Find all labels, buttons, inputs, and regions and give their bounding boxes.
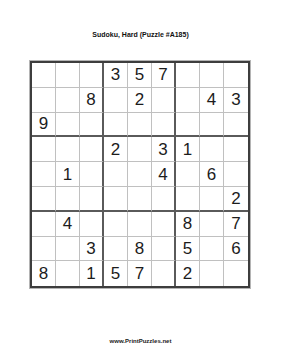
sudoku-cell-given: 5 xyxy=(104,261,128,286)
sudoku-cell-empty xyxy=(128,212,152,237)
sudoku-cell-given: 6 xyxy=(200,162,224,187)
sudoku-cell-empty xyxy=(224,113,248,138)
sudoku-cell-empty xyxy=(80,113,104,138)
sudoku-cell-given: 8 xyxy=(32,261,56,286)
sudoku-cell-given: 2 xyxy=(176,261,200,286)
sudoku-cell-empty xyxy=(224,261,248,286)
sudoku-cell-empty xyxy=(32,137,56,162)
sudoku-page: Sudoku, Hard (Puzzle #A185) 357824392311… xyxy=(0,0,281,363)
sudoku-cell-empty xyxy=(176,63,200,88)
sudoku-cell-empty xyxy=(104,113,128,138)
sudoku-cell-empty xyxy=(56,113,80,138)
page-title: Sudoku, Hard (Puzzle #A185) xyxy=(0,31,281,38)
sudoku-cell-given: 8 xyxy=(80,88,104,113)
sudoku-cell-empty xyxy=(224,137,248,162)
sudoku-cell-empty xyxy=(152,237,176,262)
sudoku-cell-empty xyxy=(176,113,200,138)
sudoku-cell-empty xyxy=(224,162,248,187)
sudoku-cell-empty xyxy=(200,137,224,162)
sudoku-cell-given: 3 xyxy=(104,63,128,88)
sudoku-cell-given: 4 xyxy=(56,212,80,237)
sudoku-cell-empty xyxy=(80,63,104,88)
sudoku-cell-empty xyxy=(176,162,200,187)
sudoku-cell-given: 4 xyxy=(200,88,224,113)
sudoku-cell-given: 8 xyxy=(128,237,152,262)
sudoku-cell-empty xyxy=(176,88,200,113)
sudoku-cell-given: 3 xyxy=(152,137,176,162)
sudoku-cell-empty xyxy=(80,137,104,162)
sudoku-cell-empty xyxy=(104,212,128,237)
sudoku-grid: 357824392311462487385681572 xyxy=(30,61,250,288)
sudoku-cell-empty xyxy=(200,187,224,212)
sudoku-cell-empty xyxy=(176,187,200,212)
sudoku-cell-empty xyxy=(32,63,56,88)
sudoku-cell-empty xyxy=(104,237,128,262)
sudoku-cell-empty xyxy=(152,212,176,237)
sudoku-cell-empty xyxy=(56,261,80,286)
sudoku-cell-given: 9 xyxy=(32,113,56,138)
sudoku-cell-empty xyxy=(56,88,80,113)
sudoku-cell-empty xyxy=(200,63,224,88)
sudoku-cell-empty xyxy=(200,212,224,237)
sudoku-cell-given: 2 xyxy=(104,137,128,162)
sudoku-cell-given: 5 xyxy=(176,237,200,262)
sudoku-cell-empty xyxy=(32,237,56,262)
sudoku-cell-empty xyxy=(128,162,152,187)
sudoku-cell-given: 7 xyxy=(224,212,248,237)
sudoku-cell-empty xyxy=(56,63,80,88)
sudoku-cell-given: 3 xyxy=(80,237,104,262)
sudoku-cell-empty xyxy=(56,137,80,162)
sudoku-cell-empty xyxy=(200,237,224,262)
sudoku-cell-given: 6 xyxy=(224,237,248,262)
sudoku-cell-given: 1 xyxy=(56,162,80,187)
sudoku-cell-given: 1 xyxy=(176,137,200,162)
sudoku-cell-given: 3 xyxy=(224,88,248,113)
sudoku-cell-given: 4 xyxy=(152,162,176,187)
sudoku-cell-empty xyxy=(80,162,104,187)
sudoku-cell-empty xyxy=(80,212,104,237)
sudoku-cell-empty xyxy=(152,88,176,113)
sudoku-cell-empty xyxy=(152,261,176,286)
sudoku-cell-given: 5 xyxy=(128,63,152,88)
footer-url: www.PrintPuzzles.net xyxy=(0,338,281,344)
sudoku-cell-empty xyxy=(224,63,248,88)
sudoku-cell-empty xyxy=(104,187,128,212)
sudoku-cell-empty xyxy=(128,137,152,162)
sudoku-cell-empty xyxy=(80,187,104,212)
sudoku-cell-empty xyxy=(152,187,176,212)
sudoku-cell-given: 2 xyxy=(128,88,152,113)
sudoku-cell-given: 1 xyxy=(80,261,104,286)
sudoku-cell-empty xyxy=(56,237,80,262)
sudoku-cell-empty xyxy=(56,187,80,212)
sudoku-cell-given: 2 xyxy=(224,187,248,212)
sudoku-cell-empty xyxy=(32,162,56,187)
sudoku-cell-empty xyxy=(200,261,224,286)
sudoku-cell-empty xyxy=(32,212,56,237)
sudoku-cell-empty xyxy=(32,88,56,113)
sudoku-cell-empty xyxy=(200,113,224,138)
sudoku-cell-empty xyxy=(104,162,128,187)
sudoku-cell-empty xyxy=(32,187,56,212)
sudoku-cell-empty xyxy=(152,113,176,138)
sudoku-cell-empty xyxy=(104,88,128,113)
sudoku-cell-given: 7 xyxy=(152,63,176,88)
sudoku-cell-empty xyxy=(128,187,152,212)
sudoku-cell-given: 7 xyxy=(128,261,152,286)
sudoku-cell-given: 8 xyxy=(176,212,200,237)
sudoku-cell-empty xyxy=(128,113,152,138)
